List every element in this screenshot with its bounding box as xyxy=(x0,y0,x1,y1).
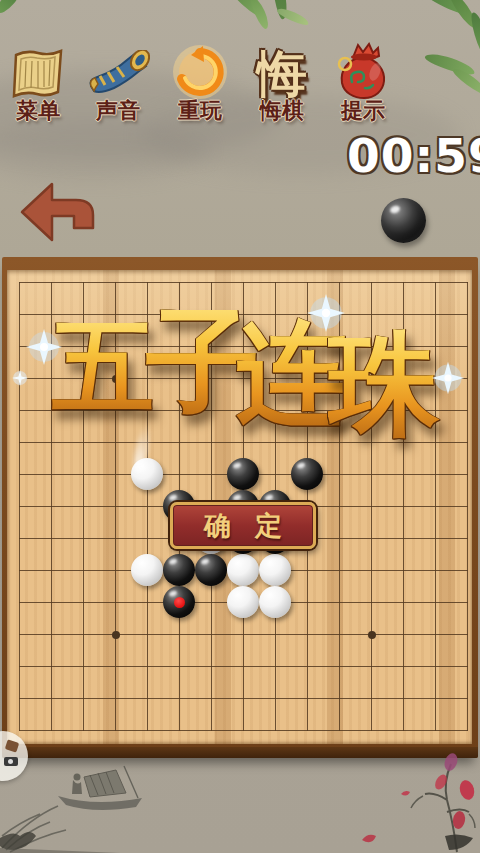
bamboo-leaf xyxy=(249,0,272,31)
title-char-4: 珠 xyxy=(328,310,440,461)
scroll-icon xyxy=(9,40,67,102)
undo-label: 悔棋 xyxy=(260,100,304,122)
bamboo-leaf xyxy=(469,11,480,56)
turn-indicator-black-stone xyxy=(381,198,426,243)
stone-black xyxy=(291,458,323,490)
assist-glyph xyxy=(5,739,20,752)
ink-flowers xyxy=(395,752,480,853)
last-move-marker xyxy=(174,597,185,608)
back-arrow-icon xyxy=(16,170,104,250)
star-point xyxy=(112,631,120,639)
title-char-1: 五 xyxy=(52,300,154,437)
replay-icon xyxy=(169,40,231,102)
stone-white xyxy=(227,586,259,618)
undo-button[interactable]: 悔 悔棋 xyxy=(244,40,320,122)
hint-button[interactable]: 提示 xyxy=(325,40,401,122)
ink-boat xyxy=(50,762,180,814)
replay-label: 重玩 xyxy=(178,100,222,122)
pouch-icon xyxy=(332,40,394,102)
ink-red-accent xyxy=(358,830,382,848)
hint-label: 提示 xyxy=(341,100,385,122)
star-point xyxy=(368,631,376,639)
sound-button[interactable]: 声音 xyxy=(80,40,156,122)
stone-black xyxy=(195,554,227,586)
stone-black xyxy=(163,554,195,586)
stone-black xyxy=(163,586,195,618)
hui-icon: 悔 xyxy=(257,40,307,102)
back-button[interactable] xyxy=(16,170,104,250)
ink-reeds xyxy=(0,778,120,853)
horn-icon xyxy=(86,40,150,102)
camera-glyph xyxy=(4,757,18,766)
game-screen: 菜单 声音 重玩 悔 悔棋 xyxy=(0,0,480,853)
stone-white xyxy=(131,458,163,490)
stone-white xyxy=(227,554,259,586)
replay-button[interactable]: 重玩 xyxy=(162,40,238,122)
menu-label: 菜单 xyxy=(16,100,60,122)
menu-button[interactable]: 菜单 xyxy=(0,40,76,122)
confirm-button[interactable]: 确定 xyxy=(170,502,316,549)
confirm-label: 确定 xyxy=(204,508,306,544)
stone-white xyxy=(131,554,163,586)
stone-white xyxy=(259,554,291,586)
stone-white xyxy=(259,586,291,618)
countdown-timer: 00:59 xyxy=(347,128,475,183)
sound-label: 声音 xyxy=(96,100,140,122)
stone-black xyxy=(227,458,259,490)
bamboo-leaf xyxy=(0,0,25,17)
